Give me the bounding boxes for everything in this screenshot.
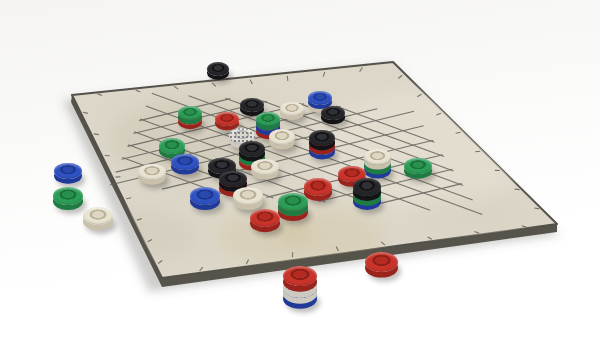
white-chip <box>364 149 391 165</box>
green-chip <box>159 138 185 154</box>
black-chip <box>353 178 382 195</box>
blue-chip <box>308 91 332 105</box>
white-chip <box>269 129 295 145</box>
black-chip <box>239 141 266 157</box>
green-chip <box>278 193 308 211</box>
white-chip <box>138 164 166 181</box>
red-chip <box>304 178 333 195</box>
white-chip <box>233 187 262 205</box>
green-chip <box>53 187 82 205</box>
game-board[interactable] <box>0 0 600 357</box>
blue-chip <box>190 187 219 205</box>
black-chip <box>309 130 335 146</box>
red-chip <box>283 266 317 286</box>
black-chip <box>207 62 229 75</box>
green-chip <box>404 158 432 175</box>
blue-chip <box>54 163 82 180</box>
blue-chip <box>171 154 198 170</box>
game-photo-scene <box>0 0 600 357</box>
red-chip <box>365 252 398 272</box>
white-chip <box>251 159 279 176</box>
